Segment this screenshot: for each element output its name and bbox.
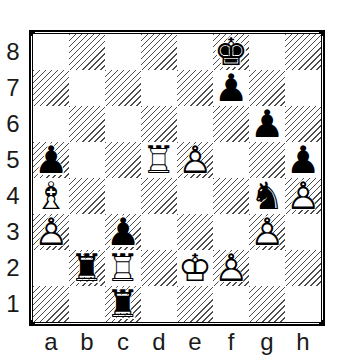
piece-black-pawn-a5[interactable]: ♟: [33, 142, 69, 178]
piece-black-pawn-f7[interactable]: ♟: [213, 70, 249, 106]
rank-label-4: 4: [1, 178, 25, 214]
rank-label-5: 5: [1, 142, 25, 178]
square-h5[interactable]: ♟♟: [285, 142, 321, 178]
square-d8[interactable]: [141, 34, 177, 70]
file-label-g: g: [249, 329, 285, 355]
page: { "game": "chess", "position": { "fen": …: [0, 0, 360, 360]
square-f7[interactable]: ♟♟: [213, 70, 249, 106]
piece-white-king-e2[interactable]: ♔: [177, 250, 213, 286]
square-e5[interactable]: ♟♙: [177, 142, 213, 178]
square-c7[interactable]: [105, 70, 141, 106]
square-d4[interactable]: [141, 178, 177, 214]
piece-white-pawn-a3[interactable]: ♙: [33, 214, 69, 250]
rank-label-3: 3: [1, 214, 25, 250]
square-g4[interactable]: ♞♞: [249, 178, 285, 214]
rank-label-2: 2: [1, 250, 25, 286]
board-frame-inner: ♚♚♟♟♟♟♟♟♜♖♟♙♟♟♝♗♞♞♟♙♟♙♟♟♟♙♜♜♜♖♚♔♟♙♜♜: [32, 33, 322, 323]
square-d7[interactable]: [141, 70, 177, 106]
square-d3[interactable]: [141, 214, 177, 250]
square-g6[interactable]: ♟♟: [249, 106, 285, 142]
square-g5[interactable]: [249, 142, 285, 178]
piece-black-rook-c1[interactable]: ♜: [105, 286, 141, 322]
file-label-f: f: [213, 329, 249, 355]
square-d2[interactable]: [141, 250, 177, 286]
piece-white-pawn-e5[interactable]: ♙: [177, 142, 213, 178]
piece-black-rook-b2[interactable]: ♜: [69, 250, 105, 286]
rank-label-6: 6: [1, 106, 25, 142]
square-b3[interactable]: [69, 214, 105, 250]
square-b2[interactable]: ♜♜: [69, 250, 105, 286]
square-c6[interactable]: [105, 106, 141, 142]
file-label-b: b: [69, 329, 105, 355]
square-a1[interactable]: [33, 286, 69, 322]
square-h7[interactable]: [285, 70, 321, 106]
square-b4[interactable]: [69, 178, 105, 214]
file-label-a: a: [33, 329, 69, 355]
square-h6[interactable]: [285, 106, 321, 142]
piece-black-pawn-g6[interactable]: ♟: [249, 106, 285, 142]
square-d1[interactable]: [141, 286, 177, 322]
square-c2[interactable]: ♜♖: [105, 250, 141, 286]
square-b7[interactable]: [69, 70, 105, 106]
board-grid: ♚♚♟♟♟♟♟♟♜♖♟♙♟♟♝♗♞♞♟♙♟♙♟♟♟♙♜♜♜♖♚♔♟♙♜♜: [33, 34, 321, 322]
piece-white-pawn-h4[interactable]: ♙: [285, 178, 321, 214]
file-label-c: c: [105, 329, 141, 355]
square-c4[interactable]: [105, 178, 141, 214]
square-c8[interactable]: [105, 34, 141, 70]
square-e6[interactable]: [177, 106, 213, 142]
board-frame: ♚♚♟♟♟♟♟♟♜♖♟♙♟♟♝♗♞♞♟♙♟♙♟♟♟♙♜♜♜♖♚♔♟♙♜♜: [29, 30, 325, 326]
piece-white-pawn-g3[interactable]: ♙: [249, 214, 285, 250]
chess-board: ♚♚♟♟♟♟♟♟♜♖♟♙♟♟♝♗♞♞♟♙♟♙♟♟♟♙♜♜♜♖♚♔♟♙♜♜: [29, 30, 325, 326]
piece-black-king-f8[interactable]: ♚: [213, 34, 249, 70]
square-e8[interactable]: [177, 34, 213, 70]
square-h1[interactable]: [285, 286, 321, 322]
square-b1[interactable]: [69, 286, 105, 322]
square-h3[interactable]: [285, 214, 321, 250]
square-g8[interactable]: [249, 34, 285, 70]
square-f2[interactable]: ♟♙: [213, 250, 249, 286]
square-b6[interactable]: [69, 106, 105, 142]
square-c1[interactable]: ♜♜: [105, 286, 141, 322]
square-g3[interactable]: ♟♙: [249, 214, 285, 250]
square-f8[interactable]: ♚♚: [213, 34, 249, 70]
square-b5[interactable]: [69, 142, 105, 178]
square-a6[interactable]: [33, 106, 69, 142]
square-g1[interactable]: [249, 286, 285, 322]
square-g7[interactable]: [249, 70, 285, 106]
rank-label-8: 8: [1, 34, 25, 70]
piece-white-pawn-f2[interactable]: ♙: [213, 250, 249, 286]
square-a5[interactable]: ♟♟: [33, 142, 69, 178]
file-label-d: d: [141, 329, 177, 355]
square-h4[interactable]: ♟♙: [285, 178, 321, 214]
square-h2[interactable]: [285, 250, 321, 286]
square-f4[interactable]: [213, 178, 249, 214]
piece-black-knight-g4[interactable]: ♞: [249, 178, 285, 214]
piece-white-rook-d5[interactable]: ♖: [141, 142, 177, 178]
square-e3[interactable]: [177, 214, 213, 250]
square-a3[interactable]: ♟♙: [33, 214, 69, 250]
square-b8[interactable]: [69, 34, 105, 70]
square-e4[interactable]: [177, 178, 213, 214]
piece-black-pawn-c3[interactable]: ♟: [105, 214, 141, 250]
file-label-e: e: [177, 329, 213, 355]
file-label-h: h: [285, 329, 321, 355]
square-g2[interactable]: [249, 250, 285, 286]
piece-black-pawn-h5[interactable]: ♟: [285, 142, 321, 178]
piece-white-bishop-a4[interactable]: ♗: [33, 178, 69, 214]
square-e7[interactable]: [177, 70, 213, 106]
square-c3[interactable]: ♟♟: [105, 214, 141, 250]
square-a2[interactable]: [33, 250, 69, 286]
square-f3[interactable]: [213, 214, 249, 250]
square-d6[interactable]: [141, 106, 177, 142]
rank-label-1: 1: [1, 286, 25, 322]
square-f5[interactable]: [213, 142, 249, 178]
square-a8[interactable]: [33, 34, 69, 70]
square-f6[interactable]: [213, 106, 249, 142]
rank-label-7: 7: [1, 70, 25, 106]
square-h8[interactable]: [285, 34, 321, 70]
square-e1[interactable]: [177, 286, 213, 322]
square-d5[interactable]: ♜♖: [141, 142, 177, 178]
square-c5[interactable]: [105, 142, 141, 178]
square-e2[interactable]: ♚♔: [177, 250, 213, 286]
square-a7[interactable]: [33, 70, 69, 106]
piece-white-rook-c2[interactable]: ♖: [105, 250, 141, 286]
square-a4[interactable]: ♝♗: [33, 178, 69, 214]
square-f1[interactable]: [213, 286, 249, 322]
